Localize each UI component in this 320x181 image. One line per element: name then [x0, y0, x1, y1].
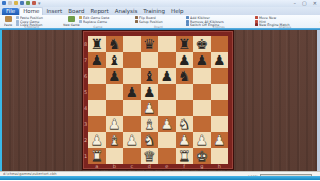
minimize-button[interactable]: –: [294, 0, 297, 7]
white-pawn-b3: ♟: [106, 116, 124, 132]
square-b2[interactable]: ♝: [106, 132, 124, 148]
square-d4[interactable]: ♟: [141, 100, 159, 116]
white-pawn-g2: ♟: [193, 132, 211, 148]
black-king-g8: ♚: [193, 36, 211, 52]
black-pawn-h7: ♟: [211, 52, 229, 68]
square-g3[interactable]: [193, 116, 211, 132]
square-f6[interactable]: ♞: [176, 68, 194, 84]
square-d2[interactable]: ♞: [141, 132, 159, 148]
square-h4[interactable]: [211, 100, 229, 116]
new-game-big-icon: [68, 16, 75, 22]
square-e3[interactable]: ♟: [158, 116, 176, 132]
square-c4[interactable]: [123, 100, 141, 116]
file-label-d: d: [141, 164, 159, 169]
black-pawn-b6: ♟: [106, 68, 124, 84]
white-pawn-h2: ♟: [211, 132, 229, 148]
white-queen-d1: ♛: [141, 148, 159, 164]
black-knight-b8: ♞: [106, 36, 124, 52]
square-c7[interactable]: [123, 52, 141, 68]
square-c3[interactable]: [123, 116, 141, 132]
tab-training[interactable]: Training: [140, 8, 168, 15]
ribbon-group-board: Flip BoardSetup PositionBoard: [133, 15, 184, 28]
square-d6[interactable]: ♝: [141, 68, 159, 84]
big-button-label: Paste: [4, 23, 12, 27]
square-g6[interactable]: [193, 68, 211, 84]
black-queen-d8: ♛: [141, 36, 159, 52]
square-h1[interactable]: [211, 148, 229, 164]
square-e8[interactable]: [158, 36, 176, 52]
white-bishop-d3: ♝: [141, 116, 159, 132]
new-game-icon[interactable]: [8, 1, 12, 5]
square-a8[interactable]: ♜: [88, 36, 106, 52]
black-pawn-g7: ♟: [193, 52, 211, 68]
square-h5[interactable]: [211, 84, 229, 100]
black-pawn-e6: ♟: [158, 68, 176, 84]
white-rook-f1: ♜: [176, 148, 194, 164]
white-pawn-a2: ♟: [88, 132, 106, 148]
square-a1[interactable]: ♜: [88, 148, 106, 164]
maximize-button[interactable]: ▢: [302, 0, 307, 7]
black-pawn-d5: ♟: [141, 84, 159, 100]
file-label-f: f: [176, 164, 194, 169]
square-a6[interactable]: [88, 68, 106, 84]
white-knight-f3: ♞: [176, 116, 194, 132]
square-d7[interactable]: [141, 52, 159, 68]
square-e6[interactable]: ♟: [158, 68, 176, 84]
square-a2[interactable]: ♟: [88, 132, 106, 148]
square-c2[interactable]: ♟: [123, 132, 141, 148]
square-b8[interactable]: ♞: [106, 36, 124, 52]
tab-board[interactable]: Board: [65, 8, 87, 15]
tab-file[interactable]: File: [2, 8, 19, 15]
replace-game-button[interactable]: Replace Game: [79, 20, 131, 24]
square-e7[interactable]: [158, 52, 176, 68]
square-h7[interactable]: ♟: [211, 52, 229, 68]
white-pawn-e3: ♟: [158, 116, 176, 132]
file-label-a: a: [88, 164, 106, 169]
tab-analysis[interactable]: Analysis: [112, 8, 141, 15]
square-f4[interactable]: [176, 100, 194, 116]
file-label-e: e: [158, 164, 176, 169]
undo-icon[interactable]: [26, 1, 30, 5]
square-f1[interactable]: ♜: [176, 148, 194, 164]
tab-insert[interactable]: Insert: [43, 8, 65, 15]
square-h8[interactable]: [211, 36, 229, 52]
square-b4[interactable]: [106, 100, 124, 116]
square-d8[interactable]: ♛: [141, 36, 159, 52]
square-a5[interactable]: [88, 84, 106, 100]
white-bishop-b2: ♝: [106, 132, 124, 148]
square-d1[interactable]: ♛: [141, 148, 159, 164]
white-pawn-c2: ♟: [123, 132, 141, 148]
file-label-b: b: [106, 164, 124, 169]
square-c8[interactable]: [123, 36, 141, 52]
square-g1[interactable]: ♚: [193, 148, 211, 164]
square-a7[interactable]: ♟: [88, 52, 106, 68]
square-d3[interactable]: ♝: [141, 116, 159, 132]
white-king-g1: ♚: [193, 148, 211, 164]
white-pawn-f2: ♟: [176, 132, 194, 148]
square-b1[interactable]: [106, 148, 124, 164]
ribbon-content: PastePaste PositionCopy GameCopy Positio…: [0, 15, 320, 28]
tab-help[interactable]: Help: [168, 8, 187, 15]
tab-home[interactable]: Home: [19, 7, 43, 15]
file-label-g: g: [193, 164, 211, 169]
chess-board: 87654321 abcdefgh ♜♞♛♜♚♟♝♟♟♟♟♝♟♞♟♟♟♟♝♟♞♟…: [83, 31, 233, 169]
file-label-c: c: [123, 164, 141, 169]
white-knight-d2: ♞: [141, 132, 159, 148]
square-a3[interactable]: [88, 116, 106, 132]
square-f8[interactable]: ♜: [176, 36, 194, 52]
square-h2[interactable]: ♟: [211, 132, 229, 148]
square-b5[interactable]: [106, 84, 124, 100]
square-c5[interactable]: ♟: [123, 84, 141, 100]
quick-access-toolbar: ▾: [2, 1, 41, 5]
left-pane-edge: [0, 30, 2, 176]
file-label-h: h: [211, 164, 229, 169]
ribbon-item-label: Setup Position: [139, 19, 163, 23]
square-f7[interactable]: ♟: [176, 52, 194, 68]
ribbon-item-label: Replace Game: [83, 19, 107, 23]
white-rook-a1: ♜: [88, 148, 106, 164]
qat-dropdown-icon[interactable]: ▾: [38, 1, 41, 5]
square-a4[interactable]: [88, 100, 106, 116]
taskbar-strip: [0, 176, 320, 181]
print-icon[interactable]: [32, 1, 36, 5]
save-icon[interactable]: [20, 1, 24, 5]
open-icon[interactable]: [14, 1, 18, 5]
square-b7[interactable]: ♝: [106, 52, 124, 68]
white-pawn-d4: ♟: [141, 100, 159, 116]
black-pawn-a7: ♟: [88, 52, 106, 68]
square-g5[interactable]: [193, 84, 211, 100]
black-knight-f6: ♞: [176, 68, 194, 84]
ribbon-group-game: New GameEdit Game DataReplace GameGame: [63, 15, 133, 28]
board-squares: ♜♞♛♜♚♟♝♟♟♟♟♝♟♞♟♟♟♟♝♟♞♟♝♟♞♟♟♟♜♛♜♚: [88, 36, 228, 164]
paste-icon: [5, 16, 12, 22]
engine-match-icon: [255, 23, 258, 26]
square-f5[interactable]: [176, 84, 194, 100]
square-h3[interactable]: [211, 116, 229, 132]
ribbon-group-analysis: Move NowHintNew Engine MatchAnalysis: [253, 15, 317, 28]
tab-report[interactable]: Report: [87, 8, 111, 15]
engine-off-icon: [186, 23, 189, 26]
square-h6[interactable]: [211, 68, 229, 84]
square-b6[interactable]: ♟: [106, 68, 124, 84]
black-rook-a8: ♜: [88, 36, 106, 52]
square-f2[interactable]: ♟: [176, 132, 194, 148]
square-c1[interactable]: [123, 148, 141, 164]
square-b3[interactable]: ♟: [106, 116, 124, 132]
square-f3[interactable]: ♞: [176, 116, 194, 132]
square-e1[interactable]: [158, 148, 176, 164]
ribbon-group-clipboard: PastePaste PositionCopy GameCopy Positio…: [0, 15, 63, 28]
square-e4[interactable]: [158, 100, 176, 116]
black-rook-f8: ♜: [176, 36, 194, 52]
app-window: ▾ –▢✕ File HomeInsertBoardReportAnalysis…: [0, 0, 320, 180]
close-button[interactable]: ✕: [313, 0, 317, 7]
ribbon-group-engines: Add KibitzerRemove All KibitzersSwitch O…: [184, 15, 253, 28]
square-d5[interactable]: ♟: [141, 84, 159, 100]
square-g8[interactable]: ♚: [193, 36, 211, 52]
square-g4[interactable]: [193, 100, 211, 116]
window-controls: –▢✕: [294, 0, 317, 7]
setup-position-button[interactable]: Setup Position: [135, 20, 182, 24]
square-e5[interactable]: [158, 84, 176, 100]
big-button-label: New Game: [63, 23, 79, 27]
black-bishop-b7: ♝: [106, 52, 124, 68]
square-g7[interactable]: ♟: [193, 52, 211, 68]
square-g2[interactable]: ♟: [193, 132, 211, 148]
file-labels: abcdefgh: [88, 164, 228, 169]
app-icon[interactable]: [2, 1, 6, 5]
black-bishop-d6: ♝: [141, 68, 159, 84]
square-e2[interactable]: [158, 132, 176, 148]
black-pawn-c5: ♟: [123, 84, 141, 100]
square-c6[interactable]: [123, 68, 141, 84]
black-pawn-f7: ♟: [176, 52, 194, 68]
setup-position-icon: [135, 20, 138, 23]
